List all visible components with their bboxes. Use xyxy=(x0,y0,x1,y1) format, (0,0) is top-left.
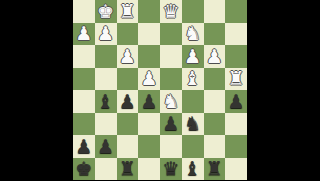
square-b4[interactable] xyxy=(204,68,226,91)
square-c5[interactable] xyxy=(182,90,204,113)
square-c4[interactable]: ♝ xyxy=(182,68,204,91)
square-g8[interactable] xyxy=(95,158,117,181)
letterbox-left xyxy=(0,0,73,180)
piece-black-pawn[interactable]: ♟ xyxy=(228,92,245,111)
piece-black-bishop[interactable]: ♝ xyxy=(184,159,201,178)
square-h1[interactable] xyxy=(73,0,95,23)
square-e5[interactable]: ♟ xyxy=(138,90,160,113)
square-f4[interactable] xyxy=(117,68,139,91)
square-f8[interactable]: ♜ xyxy=(117,158,139,181)
piece-white-king[interactable]: ♚ xyxy=(97,2,114,21)
piece-black-pawn[interactable]: ♟ xyxy=(141,92,158,111)
square-a2[interactable] xyxy=(225,23,247,46)
piece-white-knight[interactable]: ♞ xyxy=(162,92,179,111)
square-e4[interactable]: ♟ xyxy=(138,68,160,91)
square-b8[interactable]: ♜ xyxy=(204,158,226,181)
square-g5[interactable]: ♝ xyxy=(95,90,117,113)
piece-white-pawn[interactable]: ♟ xyxy=(75,24,92,43)
video-frame: ♚♜♛♟♟♞♟♟♟♟♝♜♝♟♟♞♟♟♞♟♟♚♜♛♝♜ xyxy=(0,0,320,180)
square-e7[interactable] xyxy=(138,135,160,158)
square-d6[interactable]: ♟ xyxy=(160,113,182,136)
square-f7[interactable] xyxy=(117,135,139,158)
square-f5[interactable]: ♟ xyxy=(117,90,139,113)
piece-white-pawn[interactable]: ♟ xyxy=(206,47,223,66)
piece-white-pawn[interactable]: ♟ xyxy=(97,24,114,43)
square-b2[interactable] xyxy=(204,23,226,46)
piece-white-pawn[interactable]: ♟ xyxy=(119,47,136,66)
square-b7[interactable] xyxy=(204,135,226,158)
square-a3[interactable] xyxy=(225,45,247,68)
square-b5[interactable] xyxy=(204,90,226,113)
piece-black-pawn[interactable]: ♟ xyxy=(119,92,136,111)
square-h6[interactable] xyxy=(73,113,95,136)
square-f1[interactable]: ♜ xyxy=(117,0,139,23)
square-g7[interactable]: ♟ xyxy=(95,135,117,158)
square-h3[interactable] xyxy=(73,45,95,68)
piece-black-pawn[interactable]: ♟ xyxy=(162,114,179,133)
piece-black-king[interactable]: ♚ xyxy=(75,159,92,178)
square-h5[interactable] xyxy=(73,90,95,113)
square-e3[interactable] xyxy=(138,45,160,68)
piece-white-pawn[interactable]: ♟ xyxy=(184,47,201,66)
square-d7[interactable] xyxy=(160,135,182,158)
square-a5[interactable]: ♟ xyxy=(225,90,247,113)
square-d4[interactable] xyxy=(160,68,182,91)
square-g6[interactable] xyxy=(95,113,117,136)
square-c3[interactable]: ♟ xyxy=(182,45,204,68)
square-f3[interactable]: ♟ xyxy=(117,45,139,68)
square-b3[interactable]: ♟ xyxy=(204,45,226,68)
piece-black-rook[interactable]: ♜ xyxy=(119,159,136,178)
square-g2[interactable]: ♟ xyxy=(95,23,117,46)
piece-white-rook[interactable]: ♜ xyxy=(228,69,245,88)
piece-black-bishop[interactable]: ♝ xyxy=(97,92,114,111)
square-g3[interactable] xyxy=(95,45,117,68)
square-e2[interactable] xyxy=(138,23,160,46)
chess-board[interactable]: ♚♜♛♟♟♞♟♟♟♟♝♜♝♟♟♞♟♟♞♟♟♚♜♛♝♜ xyxy=(73,0,247,180)
square-d5[interactable]: ♞ xyxy=(160,90,182,113)
square-g4[interactable] xyxy=(95,68,117,91)
square-h8[interactable]: ♚ xyxy=(73,158,95,181)
square-g1[interactable]: ♚ xyxy=(95,0,117,23)
square-c6[interactable]: ♞ xyxy=(182,113,204,136)
piece-black-pawn[interactable]: ♟ xyxy=(97,137,114,156)
square-h2[interactable]: ♟ xyxy=(73,23,95,46)
square-e8[interactable] xyxy=(138,158,160,181)
square-e1[interactable] xyxy=(138,0,160,23)
square-a7[interactable] xyxy=(225,135,247,158)
square-f6[interactable] xyxy=(117,113,139,136)
square-h7[interactable]: ♟ xyxy=(73,135,95,158)
piece-white-bishop[interactable]: ♝ xyxy=(184,69,201,88)
square-a1[interactable] xyxy=(225,0,247,23)
square-c8[interactable]: ♝ xyxy=(182,158,204,181)
square-c1[interactable] xyxy=(182,0,204,23)
letterbox-right xyxy=(247,0,320,180)
square-c7[interactable] xyxy=(182,135,204,158)
square-b6[interactable] xyxy=(204,113,226,136)
square-b1[interactable] xyxy=(204,0,226,23)
piece-black-rook[interactable]: ♜ xyxy=(206,159,223,178)
square-f2[interactable] xyxy=(117,23,139,46)
square-d3[interactable] xyxy=(160,45,182,68)
piece-black-queen[interactable]: ♛ xyxy=(162,159,179,178)
square-a6[interactable] xyxy=(225,113,247,136)
square-c2[interactable]: ♞ xyxy=(182,23,204,46)
square-a8[interactable] xyxy=(225,158,247,181)
piece-white-knight[interactable]: ♞ xyxy=(184,24,201,43)
piece-white-pawn[interactable]: ♟ xyxy=(141,69,158,88)
square-d2[interactable] xyxy=(160,23,182,46)
piece-white-rook[interactable]: ♜ xyxy=(119,2,136,21)
square-e6[interactable] xyxy=(138,113,160,136)
square-h4[interactable] xyxy=(73,68,95,91)
piece-white-queen[interactable]: ♛ xyxy=(162,2,179,21)
piece-black-knight[interactable]: ♞ xyxy=(184,114,201,133)
square-d8[interactable]: ♛ xyxy=(160,158,182,181)
square-d1[interactable]: ♛ xyxy=(160,0,182,23)
square-a4[interactable]: ♜ xyxy=(225,68,247,91)
piece-black-pawn[interactable]: ♟ xyxy=(75,137,92,156)
